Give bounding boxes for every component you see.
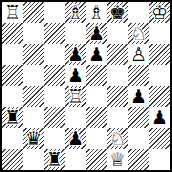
square-b5[interactable]: [23, 65, 44, 86]
square-f4[interactable]: [107, 86, 128, 107]
square-b6[interactable]: [23, 44, 44, 65]
square-h8[interactable]: ♚♔: [149, 2, 170, 23]
piece-black-pawn-icon: ♟: [128, 86, 149, 107]
square-b2[interactable]: ♛: [23, 128, 44, 149]
square-f3[interactable]: [107, 107, 128, 128]
piece-white-king-icon: ♚♔: [149, 2, 170, 23]
square-a3[interactable]: ♜: [2, 107, 23, 128]
square-e1[interactable]: [86, 149, 107, 170]
square-e7[interactable]: ♟: [86, 23, 107, 44]
square-e4[interactable]: [86, 86, 107, 107]
piece-black-pawn-icon: ♟: [149, 107, 170, 128]
square-c3[interactable]: [44, 107, 65, 128]
square-d8[interactable]: ♝♗: [65, 2, 86, 23]
piece-black-rook-icon: ♜: [44, 149, 65, 170]
piece-outline-layer: ♗: [86, 2, 107, 23]
square-d6[interactable]: ♟: [65, 44, 86, 65]
piece-white-queen-icon: ♛♕: [107, 149, 128, 170]
square-e8[interactable]: ♝♗: [86, 2, 107, 23]
square-d2[interactable]: ♟: [65, 128, 86, 149]
square-e2[interactable]: [86, 128, 107, 149]
piece-white-pawn-icon: ♟♙: [128, 44, 149, 65]
square-c6[interactable]: [44, 44, 65, 65]
piece-outline-layer: ♙: [128, 44, 149, 65]
piece-white-knight-icon: ♞♘: [128, 23, 149, 44]
piece-outline-layer: ♘: [107, 128, 128, 149]
square-g8[interactable]: [128, 2, 149, 23]
square-a5[interactable]: [2, 65, 23, 86]
piece-black-pawn-icon: ♟: [65, 65, 86, 86]
square-b3[interactable]: [23, 107, 44, 128]
square-b1[interactable]: [23, 149, 44, 170]
square-h2[interactable]: [149, 128, 170, 149]
square-g5[interactable]: [128, 65, 149, 86]
square-d4[interactable]: ♜♖: [65, 86, 86, 107]
square-g3[interactable]: [128, 107, 149, 128]
square-c8[interactable]: [44, 2, 65, 23]
square-f1[interactable]: ♛♕: [107, 149, 128, 170]
square-f7[interactable]: [107, 23, 128, 44]
square-h3[interactable]: ♟: [149, 107, 170, 128]
piece-black-pawn-icon: ♟: [65, 128, 86, 149]
piece-black-rook-icon: ♜: [2, 107, 23, 128]
piece-outline-layer: ♘: [128, 23, 149, 44]
piece-outline-layer: ♖: [65, 86, 86, 107]
square-h1[interactable]: [149, 149, 170, 170]
piece-white-knight-icon: ♞♘: [107, 128, 128, 149]
square-f6[interactable]: [107, 44, 128, 65]
square-g2[interactable]: [128, 128, 149, 149]
square-d1[interactable]: [65, 149, 86, 170]
square-a6[interactable]: [2, 44, 23, 65]
square-f2[interactable]: ♞♘: [107, 128, 128, 149]
square-h5[interactable]: [149, 65, 170, 86]
square-f5[interactable]: [107, 65, 128, 86]
piece-black-pawn-icon: ♟: [86, 23, 107, 44]
chess-board: ♜♖♝♗♝♗♚♚♔♟♞♘♟♟♟♙♟♜♖♟♜♟♛♟♞♘♜♛♕: [0, 0, 172, 172]
piece-black-king-icon: ♚: [107, 2, 128, 23]
square-e6[interactable]: ♟: [86, 44, 107, 65]
square-c1[interactable]: ♜: [44, 149, 65, 170]
piece-white-rook-icon: ♜♖: [65, 86, 86, 107]
piece-black-pawn-icon: ♟: [65, 44, 86, 65]
square-f8[interactable]: ♚: [107, 2, 128, 23]
square-g7[interactable]: ♞♘: [128, 23, 149, 44]
piece-black-queen-icon: ♛: [23, 128, 44, 149]
square-d7[interactable]: [65, 23, 86, 44]
square-b4[interactable]: [23, 86, 44, 107]
piece-outline-layer: ♔: [149, 2, 170, 23]
square-b8[interactable]: [23, 2, 44, 23]
square-e3[interactable]: [86, 107, 107, 128]
square-a1[interactable]: [2, 149, 23, 170]
square-c5[interactable]: [44, 65, 65, 86]
square-g6[interactable]: ♟♙: [128, 44, 149, 65]
piece-white-rook-icon: ♜♖: [2, 2, 23, 23]
square-h4[interactable]: [149, 86, 170, 107]
square-c4[interactable]: [44, 86, 65, 107]
square-c2[interactable]: [44, 128, 65, 149]
piece-outline-layer: ♗: [65, 2, 86, 23]
square-e5[interactable]: [86, 65, 107, 86]
square-a4[interactable]: [2, 86, 23, 107]
square-c7[interactable]: [44, 23, 65, 44]
piece-white-bishop-icon: ♝♗: [86, 2, 107, 23]
square-h7[interactable]: [149, 23, 170, 44]
piece-black-pawn-icon: ♟: [86, 44, 107, 65]
square-b7[interactable]: [23, 23, 44, 44]
square-g1[interactable]: [128, 149, 149, 170]
square-h6[interactable]: [149, 44, 170, 65]
piece-white-bishop-icon: ♝♗: [65, 2, 86, 23]
square-g4[interactable]: ♟: [128, 86, 149, 107]
piece-outline-layer: ♖: [2, 2, 23, 23]
square-a8[interactable]: ♜♖: [2, 2, 23, 23]
square-a2[interactable]: [2, 128, 23, 149]
square-a7[interactable]: [2, 23, 23, 44]
square-d5[interactable]: ♟: [65, 65, 86, 86]
piece-outline-layer: ♕: [107, 149, 128, 170]
square-d3[interactable]: [65, 107, 86, 128]
chess-diagram: ♜♖♝♗♝♗♚♚♔♟♞♘♟♟♟♙♟♜♖♟♜♟♛♟♞♘♜♛♕: [0, 0, 172, 172]
